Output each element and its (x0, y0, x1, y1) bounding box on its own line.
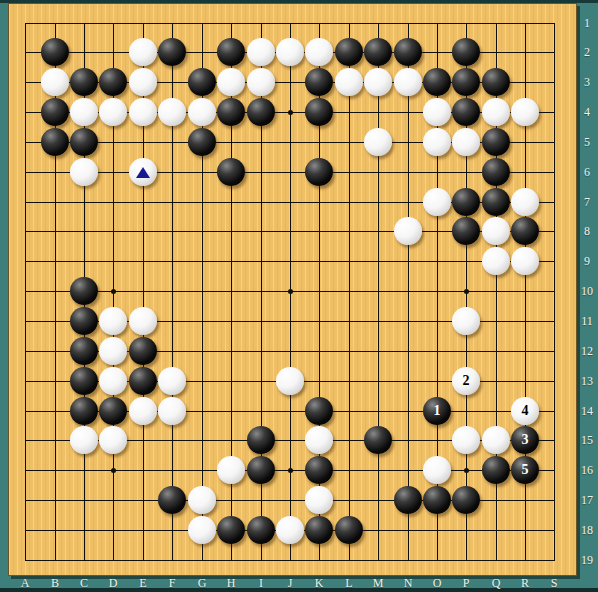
stone-black (247, 516, 275, 544)
stone-black (452, 98, 480, 126)
stone-black (482, 456, 510, 484)
stone-white: 2 (452, 367, 480, 395)
stone-black: 3 (511, 426, 539, 454)
stone-white (305, 426, 333, 454)
stone-black (188, 68, 216, 96)
stone-black (70, 128, 98, 156)
stone-white (129, 98, 157, 126)
grid-line (349, 23, 350, 561)
stone-black (129, 337, 157, 365)
column-label: C (74, 577, 94, 590)
stone-black (41, 98, 69, 126)
stone-black: 1 (423, 397, 451, 425)
stone-white (99, 98, 127, 126)
stone-black (452, 68, 480, 96)
stone-black (394, 38, 422, 66)
column-label: H (221, 577, 241, 590)
stone-white (482, 217, 510, 245)
stone-white (511, 98, 539, 126)
move-number: 1 (434, 404, 441, 418)
stone-black (70, 307, 98, 335)
grid-line (25, 23, 26, 561)
move-number: 2 (463, 374, 470, 388)
stone-black (364, 426, 392, 454)
column-label: P (456, 577, 476, 590)
column-label: B (45, 577, 65, 590)
star-point (111, 289, 116, 294)
stone-black (482, 158, 510, 186)
stone-black (364, 38, 392, 66)
stone-white (452, 426, 480, 454)
column-label: D (103, 577, 123, 590)
grid-line (554, 23, 555, 561)
column-label: S (544, 577, 564, 590)
column-label: I (251, 577, 271, 590)
stone-white (99, 367, 127, 395)
stone-black (511, 217, 539, 245)
grid-line (408, 23, 409, 561)
column-label: J (280, 577, 300, 590)
star-point (288, 468, 293, 473)
stone-white (158, 367, 186, 395)
stone-black (482, 188, 510, 216)
move-number: 3 (522, 433, 529, 447)
stone-black (452, 486, 480, 514)
stone-black (41, 38, 69, 66)
stone-black (335, 516, 363, 544)
stone-white (335, 68, 363, 96)
goban[interactable]: 21435 (8, 3, 577, 576)
stone-white (41, 68, 69, 96)
stone-white (423, 188, 451, 216)
stone-white (188, 516, 216, 544)
stone-white (276, 367, 304, 395)
stone-black (423, 68, 451, 96)
stone-black (247, 456, 275, 484)
row-label: 1 (577, 17, 597, 30)
stone-black (217, 38, 245, 66)
stone-white (129, 307, 157, 335)
stone-black (482, 128, 510, 156)
stone-white (276, 516, 304, 544)
column-label: L (339, 577, 359, 590)
stone-black (217, 158, 245, 186)
stone-white (452, 128, 480, 156)
stone-white (394, 217, 422, 245)
stone-black (423, 486, 451, 514)
stone-white (129, 38, 157, 66)
stone-white (452, 307, 480, 335)
stone-white (482, 98, 510, 126)
stone-white (276, 38, 304, 66)
stone-black (452, 38, 480, 66)
stone-white (99, 426, 127, 454)
stone-white (305, 486, 333, 514)
stone-white (129, 68, 157, 96)
star-point (464, 289, 469, 294)
stone-white: 4 (511, 397, 539, 425)
star-point (288, 110, 293, 115)
column-label: G (192, 577, 212, 590)
stone-white (99, 307, 127, 335)
stone-white (70, 158, 98, 186)
stone-white (158, 98, 186, 126)
stone-black (70, 68, 98, 96)
stone-black (247, 98, 275, 126)
stone-black (305, 158, 333, 186)
stone-white (217, 456, 245, 484)
stone-white (99, 337, 127, 365)
column-label: M (368, 577, 388, 590)
stone-white (129, 158, 157, 186)
stone-black (129, 367, 157, 395)
stone-black (335, 38, 363, 66)
stone-white (305, 38, 333, 66)
column-label: F (162, 577, 182, 590)
row-label: 4 (577, 106, 597, 119)
row-label: 6 (577, 166, 597, 179)
stone-white (70, 426, 98, 454)
star-point (111, 468, 116, 473)
row-label: 9 (577, 255, 597, 268)
star-point (464, 468, 469, 473)
stone-black (305, 98, 333, 126)
row-label: 17 (577, 494, 597, 507)
stone-black: 5 (511, 456, 539, 484)
stone-white (364, 128, 392, 156)
go-client-window: 21435 ABCDEFGHIJKLMNOPQRS123456789101112… (0, 0, 598, 592)
row-label: 13 (577, 375, 597, 388)
column-label: N (398, 577, 418, 590)
stone-white (188, 486, 216, 514)
stone-white (511, 247, 539, 275)
row-label: 2 (577, 46, 597, 59)
column-label: K (309, 577, 329, 590)
move-number: 4 (522, 404, 529, 418)
row-label: 7 (577, 196, 597, 209)
stone-black (158, 38, 186, 66)
stone-black (188, 128, 216, 156)
stone-white (423, 98, 451, 126)
stone-black (158, 486, 186, 514)
column-label: A (15, 577, 35, 590)
stone-black (305, 456, 333, 484)
column-label: O (427, 577, 447, 590)
stone-white (188, 98, 216, 126)
stone-black (305, 397, 333, 425)
row-label: 5 (577, 136, 597, 149)
stone-black (482, 68, 510, 96)
row-label: 8 (577, 225, 597, 238)
stone-white (247, 38, 275, 66)
stone-black (305, 516, 333, 544)
stone-black (305, 68, 333, 96)
stone-white (423, 128, 451, 156)
stone-white (158, 397, 186, 425)
stone-white (511, 188, 539, 216)
stone-white (482, 247, 510, 275)
stone-white (394, 68, 422, 96)
stone-white (482, 426, 510, 454)
row-label: 10 (577, 285, 597, 298)
row-label: 18 (577, 524, 597, 537)
row-label: 16 (577, 464, 597, 477)
move-number: 5 (522, 463, 529, 477)
stone-white (423, 456, 451, 484)
stone-black (99, 68, 127, 96)
stone-black (247, 426, 275, 454)
row-label: 12 (577, 345, 597, 358)
stone-black (452, 188, 480, 216)
column-label: E (133, 577, 153, 590)
stone-white (364, 68, 392, 96)
stone-black (41, 128, 69, 156)
stone-white (217, 68, 245, 96)
stone-black (70, 277, 98, 305)
stone-black (70, 367, 98, 395)
row-label: 15 (577, 434, 597, 447)
stone-black (70, 337, 98, 365)
stone-black (217, 516, 245, 544)
stone-white (247, 68, 275, 96)
stone-black (70, 397, 98, 425)
stone-white (70, 98, 98, 126)
stone-black (99, 397, 127, 425)
stone-black (394, 486, 422, 514)
star-point (288, 289, 293, 294)
stone-white (129, 397, 157, 425)
column-label: Q (486, 577, 506, 590)
triangle-marker (136, 167, 150, 178)
row-label: 14 (577, 405, 597, 418)
row-label: 11 (577, 315, 597, 328)
row-label: 19 (577, 554, 597, 567)
column-label: R (515, 577, 535, 590)
row-label: 3 (577, 76, 597, 89)
stone-black (217, 98, 245, 126)
stone-black (452, 217, 480, 245)
grid-line (378, 23, 379, 561)
